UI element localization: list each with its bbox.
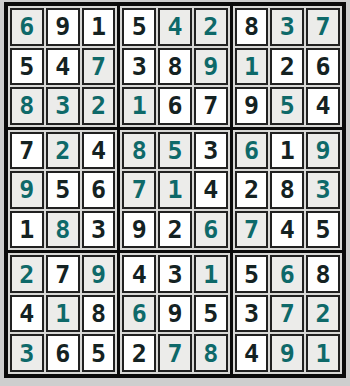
sudoku-box-2: 542389167 — [120, 6, 229, 127]
cell-r7c5[interactable]: 3 — [158, 255, 192, 293]
sudoku-board: 6915478325423891678371269547249561838537… — [4, 2, 346, 378]
cell-r1c2[interactable]: 9 — [46, 8, 80, 46]
cell-r9c2[interactable]: 6 — [46, 334, 80, 372]
cell-r2c7[interactable]: 1 — [235, 48, 269, 86]
cell-r3c1[interactable]: 8 — [10, 87, 44, 125]
cell-r9c8[interactable]: 9 — [270, 334, 304, 372]
cell-r2c6[interactable]: 9 — [194, 48, 228, 86]
cell-r6c8[interactable]: 4 — [270, 211, 304, 249]
cell-r2c9[interactable]: 6 — [306, 48, 340, 86]
cell-r9c5[interactable]: 7 — [158, 334, 192, 372]
cell-r2c5[interactable]: 8 — [158, 48, 192, 86]
cell-r6c7[interactable]: 7 — [235, 211, 269, 249]
cell-r4c6[interactable]: 3 — [194, 132, 228, 170]
cell-r4c5[interactable]: 5 — [158, 132, 192, 170]
cell-r4c3[interactable]: 4 — [82, 132, 116, 170]
cell-r5c9[interactable]: 3 — [306, 171, 340, 209]
sudoku-box-4: 724956183 — [8, 130, 117, 251]
cell-r7c1[interactable]: 2 — [10, 255, 44, 293]
cell-r3c2[interactable]: 3 — [46, 87, 80, 125]
cell-r3c9[interactable]: 4 — [306, 87, 340, 125]
cell-r7c9[interactable]: 8 — [306, 255, 340, 293]
cell-r8c7[interactable]: 3 — [235, 295, 269, 333]
cell-r1c1[interactable]: 6 — [10, 8, 44, 46]
cell-r9c7[interactable]: 4 — [235, 334, 269, 372]
cell-r3c5[interactable]: 6 — [158, 87, 192, 125]
cell-r3c7[interactable]: 9 — [235, 87, 269, 125]
sudoku-box-6: 619283745 — [233, 130, 342, 251]
cell-r6c9[interactable]: 5 — [306, 211, 340, 249]
sudoku-box-5: 853714926 — [120, 130, 229, 251]
cell-r6c1[interactable]: 1 — [10, 211, 44, 249]
cell-r8c3[interactable]: 8 — [82, 295, 116, 333]
cell-r5c6[interactable]: 4 — [194, 171, 228, 209]
cell-r1c4[interactable]: 5 — [122, 8, 156, 46]
cell-r9c4[interactable]: 2 — [122, 334, 156, 372]
cell-r5c7[interactable]: 2 — [235, 171, 269, 209]
sudoku-box-9: 568372491 — [233, 253, 342, 374]
cell-r1c3[interactable]: 1 — [82, 8, 116, 46]
cell-r8c6[interactable]: 5 — [194, 295, 228, 333]
cell-r5c2[interactable]: 5 — [46, 171, 80, 209]
cell-r6c2[interactable]: 8 — [46, 211, 80, 249]
cell-r7c7[interactable]: 5 — [235, 255, 269, 293]
sudoku-box-7: 279418365 — [8, 253, 117, 374]
cell-r7c8[interactable]: 6 — [270, 255, 304, 293]
cell-r7c4[interactable]: 4 — [122, 255, 156, 293]
cell-r4c4[interactable]: 8 — [122, 132, 156, 170]
cell-r3c3[interactable]: 2 — [82, 87, 116, 125]
cell-r8c8[interactable]: 7 — [270, 295, 304, 333]
cell-r7c3[interactable]: 9 — [82, 255, 116, 293]
cell-r5c1[interactable]: 9 — [10, 171, 44, 209]
cell-r2c3[interactable]: 7 — [82, 48, 116, 86]
sudoku-box-3: 837126954 — [233, 6, 342, 127]
cell-r5c4[interactable]: 7 — [122, 171, 156, 209]
cell-r8c2[interactable]: 1 — [46, 295, 80, 333]
cell-r6c4[interactable]: 9 — [122, 211, 156, 249]
cell-r8c5[interactable]: 9 — [158, 295, 192, 333]
cell-r5c5[interactable]: 1 — [158, 171, 192, 209]
cell-r9c3[interactable]: 5 — [82, 334, 116, 372]
cell-r9c1[interactable]: 3 — [10, 334, 44, 372]
cell-r3c4[interactable]: 1 — [122, 87, 156, 125]
cell-r1c5[interactable]: 4 — [158, 8, 192, 46]
cell-r8c1[interactable]: 4 — [10, 295, 44, 333]
sudoku-box-1: 691547832 — [8, 6, 117, 127]
cell-r2c8[interactable]: 2 — [270, 48, 304, 86]
cell-r4c9[interactable]: 9 — [306, 132, 340, 170]
cell-r3c6[interactable]: 7 — [194, 87, 228, 125]
cell-r4c2[interactable]: 2 — [46, 132, 80, 170]
cell-r2c4[interactable]: 3 — [122, 48, 156, 86]
cell-r7c2[interactable]: 7 — [46, 255, 80, 293]
cell-r1c8[interactable]: 3 — [270, 8, 304, 46]
cell-r4c8[interactable]: 1 — [270, 132, 304, 170]
cell-r1c7[interactable]: 8 — [235, 8, 269, 46]
cell-r6c3[interactable]: 3 — [82, 211, 116, 249]
cell-r4c7[interactable]: 6 — [235, 132, 269, 170]
cell-r7c6[interactable]: 1 — [194, 255, 228, 293]
cell-r6c5[interactable]: 2 — [158, 211, 192, 249]
cell-r4c1[interactable]: 7 — [10, 132, 44, 170]
cell-r6c6[interactable]: 6 — [194, 211, 228, 249]
cell-r9c9[interactable]: 1 — [306, 334, 340, 372]
cell-r1c6[interactable]: 2 — [194, 8, 228, 46]
cell-r2c1[interactable]: 5 — [10, 48, 44, 86]
sudoku-box-8: 431695278 — [120, 253, 229, 374]
cell-r5c8[interactable]: 8 — [270, 171, 304, 209]
cell-r9c6[interactable]: 8 — [194, 334, 228, 372]
cell-r8c4[interactable]: 6 — [122, 295, 156, 333]
cell-r2c2[interactable]: 4 — [46, 48, 80, 86]
cell-r3c8[interactable]: 5 — [270, 87, 304, 125]
cell-r8c9[interactable]: 2 — [306, 295, 340, 333]
cell-r5c3[interactable]: 6 — [82, 171, 116, 209]
cell-r1c9[interactable]: 7 — [306, 8, 340, 46]
